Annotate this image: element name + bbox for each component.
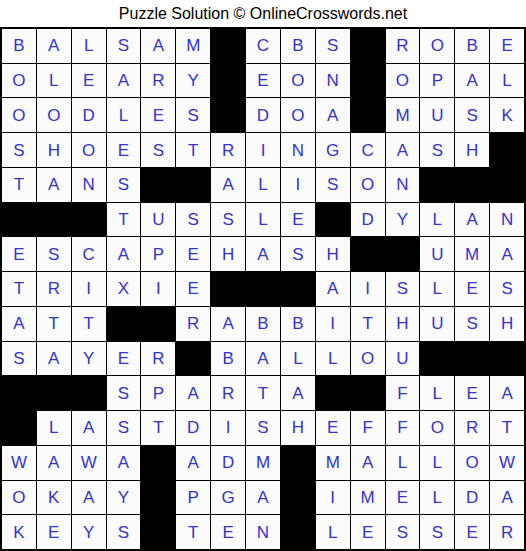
grid-cell: A [176,446,210,480]
grid-cell: T [176,515,210,549]
grid-cell: M [246,446,280,480]
grid-cell: S [316,29,350,63]
grid-cell: L [490,64,524,98]
grid-cell: E [107,342,141,376]
black-cell [72,203,106,237]
grid-cell: A [211,168,245,202]
grid-cell: A [211,307,245,341]
grid-cell: A [37,342,71,376]
black-cell [2,376,36,410]
grid-cell: W [72,446,106,480]
grid-cell: M [455,237,489,271]
black-cell [141,481,175,515]
black-cell [351,98,385,132]
grid-cell: A [107,446,141,480]
grid-cell: A [455,64,489,98]
grid-cell: I [351,272,385,306]
grid-cell: L [72,29,106,63]
grid-cell: Y [72,342,106,376]
grid-cell: H [37,133,71,167]
grid-cell: B [246,307,280,341]
grid-cell: T [351,307,385,341]
black-cell [37,376,71,410]
grid-cell: W [490,446,524,480]
grid-cell: A [246,481,280,515]
grid-cell: L [246,168,280,202]
black-cell [211,29,245,63]
grid-cell: R [37,272,71,306]
grid-cell: P [176,481,210,515]
grid-cell: Y [107,481,141,515]
black-cell [176,342,210,376]
grid-cell: A [141,29,175,63]
grid-cell: H [455,133,489,167]
page-title: Puzzle Solution © OnlineCrosswords.net [0,0,526,27]
grid-cell: E [2,237,36,271]
grid-cell: K [2,515,36,549]
grid-cell: L [37,411,71,445]
black-cell [455,342,489,376]
grid-cell: A [351,446,385,480]
grid-cell: R [490,515,524,549]
grid-cell: S [420,133,454,167]
grid-cell: S [455,307,489,341]
grid-cell: L [420,446,454,480]
grid-cell: T [176,133,210,167]
black-cell [351,64,385,98]
grid-cell: F [386,376,420,410]
grid-cell: A [246,342,280,376]
grid-cell: G [211,481,245,515]
grid-cell: L [420,203,454,237]
grid-cell: A [72,411,106,445]
grid-cell: G [316,133,350,167]
grid-cell: A [281,376,315,410]
grid-cell: L [281,342,315,376]
grid-cell: S [386,515,420,549]
grid-cell: F [386,411,420,445]
black-cell [246,272,280,306]
grid-cell: H [211,237,245,271]
grid-cell: E [281,203,315,237]
grid-cell: O [420,411,454,445]
grid-cell: I [316,307,350,341]
black-cell [351,29,385,63]
grid-cell: E [455,272,489,306]
grid-cell: E [490,29,524,63]
grid-cell: E [37,515,71,549]
grid-cell: E [316,411,350,445]
black-cell [316,376,350,410]
grid-cell: E [107,133,141,167]
black-cell [281,272,315,306]
grid-cell: N [316,64,350,98]
grid-cell: A [37,446,71,480]
grid-cell: A [72,481,106,515]
grid-cell: E [455,515,489,549]
grid-cell: L [107,98,141,132]
grid-cell: U [420,98,454,132]
grid-cell: P [141,376,175,410]
grid-cell: O [281,64,315,98]
grid-cell: T [490,411,524,445]
grid-cell: S [281,237,315,271]
grid-cell: N [72,168,106,202]
grid-cell: A [246,237,280,271]
grid-cell: C [246,29,280,63]
black-cell [351,376,385,410]
grid-cell: S [386,272,420,306]
black-cell [211,272,245,306]
grid-cell: O [2,98,36,132]
grid-cell: K [490,98,524,132]
grid-cell: L [316,515,350,549]
grid-cell: C [351,133,385,167]
grid-cell: P [420,64,454,98]
grid-cell: A [107,237,141,271]
grid-cell: B [281,29,315,63]
grid-cell: D [351,203,385,237]
grid-cell: H [490,307,524,341]
grid-cell: S [316,168,350,202]
grid-cell: U [420,307,454,341]
grid-cell: U [141,203,175,237]
grid-cell: S [420,515,454,549]
grid-cell: R [211,376,245,410]
grid-cell: D [455,481,489,515]
grid-cell: O [351,168,385,202]
grid-cell: E [246,64,280,98]
grid-cell: S [2,342,36,376]
grid-cell: E [141,98,175,132]
black-cell [420,168,454,202]
grid-cell: S [176,98,210,132]
black-cell [107,307,141,341]
grid-cell: S [141,133,175,167]
black-cell [455,168,489,202]
grid-cell: I [72,272,106,306]
grid-cell: T [141,411,175,445]
grid-cell: S [211,203,245,237]
grid-cell: X [107,272,141,306]
grid-cell: N [246,515,280,549]
grid-cell: N [386,168,420,202]
grid-cell: L [37,64,71,98]
grid-cell: I [246,133,280,167]
grid-cell: I [281,168,315,202]
grid-cell: E [386,481,420,515]
grid-cell: A [490,237,524,271]
grid-cell: R [211,133,245,167]
crossword-grid: BALSAMCBSROBEOLEARYEONOPALOODLESDOAMUSKS… [0,27,526,551]
black-cell [281,446,315,480]
black-cell [351,237,385,271]
grid-cell: B [455,29,489,63]
grid-cell: P [141,237,175,271]
black-cell [176,168,210,202]
grid-cell: M [386,98,420,132]
grid-cell: E [72,64,106,98]
grid-cell: I [316,481,350,515]
grid-cell: L [316,342,350,376]
grid-cell: O [386,64,420,98]
grid-cell: L [420,481,454,515]
grid-cell: T [107,203,141,237]
grid-cell: B [2,29,36,63]
grid-cell: S [107,29,141,63]
grid-cell: E [455,376,489,410]
grid-cell: I [141,272,175,306]
grid-cell: A [490,481,524,515]
black-cell [490,342,524,376]
black-cell [281,481,315,515]
grid-cell: S [107,411,141,445]
grid-cell: L [420,272,454,306]
grid-cell: H [316,237,350,271]
grid-cell: S [107,376,141,410]
grid-cell: I [211,411,245,445]
grid-cell: N [281,133,315,167]
grid-cell: D [211,446,245,480]
grid-cell: F [351,411,385,445]
grid-cell: T [72,307,106,341]
grid-cell: O [72,133,106,167]
grid-cell: Y [386,203,420,237]
grid-cell: L [246,203,280,237]
grid-cell: O [37,98,71,132]
black-cell [141,515,175,549]
grid-cell: D [246,98,280,132]
grid-cell: T [2,272,36,306]
grid-cell: A [316,98,350,132]
grid-cell: D [72,98,106,132]
grid-cell: T [2,168,36,202]
grid-cell: H [386,307,420,341]
black-cell [281,515,315,549]
grid-cell: M [351,481,385,515]
grid-cell: U [386,342,420,376]
grid-cell: T [37,307,71,341]
grid-cell: U [420,237,454,271]
black-cell [211,64,245,98]
grid-cell: R [455,411,489,445]
grid-cell: O [281,98,315,132]
grid-cell: A [176,376,210,410]
black-cell [490,168,524,202]
grid-cell: L [420,376,454,410]
grid-cell: O [455,446,489,480]
grid-cell: S [455,98,489,132]
grid-cell: R [141,64,175,98]
grid-cell: L [386,446,420,480]
grid-cell: T [246,376,280,410]
grid-cell: E [176,272,210,306]
grid-cell: A [37,29,71,63]
grid-cell: S [107,515,141,549]
grid-cell: O [2,64,36,98]
black-cell [316,203,350,237]
black-cell [72,376,106,410]
grid-cell: S [490,272,524,306]
grid-cell: H [281,411,315,445]
black-cell [2,203,36,237]
grid-cell: E [211,515,245,549]
grid-cell: E [176,237,210,271]
black-cell [141,168,175,202]
grid-cell: S [37,237,71,271]
grid-cell: A [107,64,141,98]
grid-cell: R [386,29,420,63]
grid-cell: A [37,168,71,202]
grid-cell: A [490,376,524,410]
grid-cell: A [2,307,36,341]
grid-cell: S [107,168,141,202]
grid-cell: B [281,307,315,341]
black-cell [420,342,454,376]
grid-cell: S [246,411,280,445]
grid-cell: B [211,342,245,376]
grid-cell: A [386,133,420,167]
grid-cell: Y [72,515,106,549]
grid-cell: O [351,342,385,376]
grid-cell: A [455,203,489,237]
black-cell [2,411,36,445]
grid-cell: K [37,481,71,515]
black-cell [37,203,71,237]
grid-cell: O [2,481,36,515]
grid-cell: W [2,446,36,480]
grid-cell: S [2,133,36,167]
grid-cell: D [176,411,210,445]
black-cell [141,307,175,341]
grid-cell: R [176,307,210,341]
grid-cell: S [176,203,210,237]
black-cell [490,133,524,167]
grid-cell: M [176,29,210,63]
black-cell [386,237,420,271]
grid-cell: C [72,237,106,271]
black-cell [141,446,175,480]
grid-cell: R [141,342,175,376]
grid-cell: A [316,272,350,306]
grid-cell: M [316,446,350,480]
grid-cell: Y [176,64,210,98]
grid-cell: E [351,515,385,549]
grid-cell: N [490,203,524,237]
black-cell [211,98,245,132]
grid-cell: O [420,29,454,63]
